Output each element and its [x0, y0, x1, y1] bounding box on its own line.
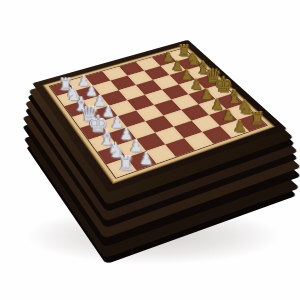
chess-set-photo: ♜♟♟♜♞♟♟♞♝♟♟♝♛♟♟♛♚♟♟♚♝♟♟♝♞♟♟♞♜♟♟♜	[0, 0, 300, 300]
piece-black-rook[interactable]: ♜	[250, 111, 265, 128]
piece-white-pawn[interactable]: ♟	[139, 151, 153, 167]
piece-white-rook[interactable]: ♜	[118, 155, 134, 173]
piece-black-pawn[interactable]: ♟	[233, 119, 246, 134]
